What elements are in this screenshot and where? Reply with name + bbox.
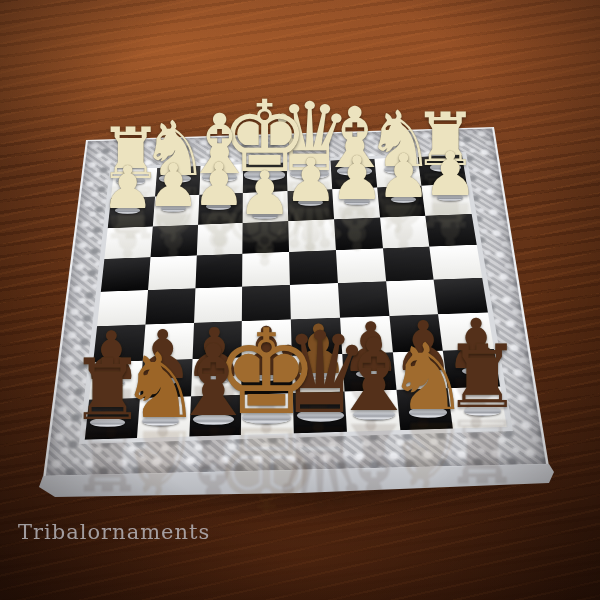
square-g4 [148,256,197,290]
square-d6 [291,318,342,356]
square-f5 [194,287,243,323]
square-e2 [243,191,288,223]
square-c7 [342,352,396,392]
square-d4 [289,250,338,285]
square-h6 [93,324,145,362]
chess-board [79,152,513,444]
square-e4 [242,252,290,287]
square-h7 [89,360,142,399]
square-b1 [374,157,422,187]
square-f6 [192,321,242,359]
square-e8 [241,393,294,435]
square-d1 [287,161,332,191]
square-c8 [344,390,400,432]
square-a1 [418,155,467,185]
square-a5 [434,278,488,314]
square-b2 [377,185,426,217]
square-d3 [288,219,335,252]
square-e3 [243,221,289,254]
square-f2 [198,193,243,225]
square-e1 [243,162,287,192]
square-a3 [425,214,476,247]
square-c5 [338,281,389,317]
square-b6 [389,314,443,352]
square-g2 [153,195,199,227]
square-d7 [292,354,344,394]
square-h1 [111,168,157,198]
square-c3 [334,217,383,250]
square-c6 [340,316,393,354]
square-c1 [330,159,376,189]
square-b8 [396,388,453,430]
square-c2 [332,187,380,219]
square-f8 [189,395,242,437]
square-b3 [380,215,430,248]
square-f1 [199,164,243,194]
square-b5 [386,280,439,316]
square-e7 [242,355,293,395]
square-h4 [101,257,150,291]
square-a4 [430,245,483,280]
square-h5 [97,290,148,326]
square-c4 [336,249,386,284]
square-g5 [145,288,195,324]
square-g7 [140,359,192,399]
square-a6 [438,312,494,350]
square-d2 [287,189,333,221]
square-e6 [242,319,292,357]
watermark-text: Tribalornaments [18,520,210,544]
square-g1 [155,166,200,196]
square-a7 [443,349,500,389]
square-d5 [290,283,340,319]
square-h3 [104,226,152,259]
square-e5 [242,285,291,321]
square-f4 [195,254,243,288]
square-b4 [383,247,434,282]
product-photo-scene: ♜♜♞♞♝♝♛♛♚♚♝♝♞♞♜♜♟♟♟♟♟♟♟♟♟♟♟♟♟♟♟♟♟♟♟♟♟♟♟♟… [0,0,600,600]
square-a2 [422,184,472,216]
square-g3 [150,224,197,257]
square-d8 [293,392,347,434]
square-f3 [196,223,243,256]
square-h8 [85,398,140,439]
square-a8 [448,387,507,429]
square-g8 [137,397,191,438]
square-h2 [108,196,155,228]
square-g6 [143,323,194,361]
square-b7 [392,350,448,390]
square-f7 [190,357,241,397]
